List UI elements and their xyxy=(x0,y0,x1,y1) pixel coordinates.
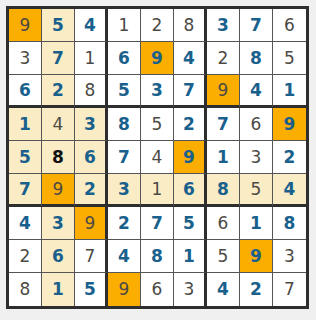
cell-r4c7[interactable]: 7 xyxy=(207,108,240,141)
cell-r4c9[interactable]: 9 xyxy=(273,108,306,141)
cell-r7c6[interactable]: 5 xyxy=(174,207,207,240)
cell-r4c5[interactable]: 5 xyxy=(141,108,174,141)
cell-r5c2[interactable]: 8 xyxy=(42,141,75,174)
cell-r7c1[interactable]: 4 xyxy=(9,207,42,240)
cell-r6c4[interactable]: 3 xyxy=(108,174,141,207)
cell-r9c7[interactable]: 4 xyxy=(207,273,240,306)
cell-r7c4[interactable]: 2 xyxy=(108,207,141,240)
page: 9541283763716942856285379411438527695867… xyxy=(0,0,316,320)
cell-r1c2[interactable]: 5 xyxy=(42,9,75,42)
cell-r4c2[interactable]: 4 xyxy=(42,108,75,141)
cell-r1c6[interactable]: 8 xyxy=(174,9,207,42)
cell-r8c3[interactable]: 7 xyxy=(75,240,108,273)
cell-r7c3[interactable]: 9 xyxy=(75,207,108,240)
cell-r9c2[interactable]: 1 xyxy=(42,273,75,306)
cell-r3c8[interactable]: 4 xyxy=(240,75,273,108)
cell-r5c1[interactable]: 5 xyxy=(9,141,42,174)
cell-r8c6[interactable]: 1 xyxy=(174,240,207,273)
cell-r6c1[interactable]: 7 xyxy=(9,174,42,207)
cell-r3c6[interactable]: 7 xyxy=(174,75,207,108)
cell-r2c6[interactable]: 4 xyxy=(174,42,207,75)
cell-r4c1[interactable]: 1 xyxy=(9,108,42,141)
cell-r6c9[interactable]: 4 xyxy=(273,174,306,207)
cell-r2c9[interactable]: 5 xyxy=(273,42,306,75)
cell-r3c5[interactable]: 3 xyxy=(141,75,174,108)
cell-r1c9[interactable]: 6 xyxy=(273,9,306,42)
cell-r2c8[interactable]: 8 xyxy=(240,42,273,75)
cell-r1c7[interactable]: 3 xyxy=(207,9,240,42)
cell-r6c3[interactable]: 2 xyxy=(75,174,108,207)
cell-r8c1[interactable]: 2 xyxy=(9,240,42,273)
cell-r8c7[interactable]: 5 xyxy=(207,240,240,273)
cell-r2c1[interactable]: 3 xyxy=(9,42,42,75)
cell-r8c8[interactable]: 9 xyxy=(240,240,273,273)
cell-r1c1[interactable]: 9 xyxy=(9,9,42,42)
cell-r7c7[interactable]: 6 xyxy=(207,207,240,240)
cell-r9c6[interactable]: 3 xyxy=(174,273,207,306)
cell-r8c2[interactable]: 6 xyxy=(42,240,75,273)
cell-r8c4[interactable]: 4 xyxy=(108,240,141,273)
cell-r2c5[interactable]: 9 xyxy=(141,42,174,75)
cell-r7c5[interactable]: 7 xyxy=(141,207,174,240)
cell-r4c6[interactable]: 2 xyxy=(174,108,207,141)
cell-r8c9[interactable]: 3 xyxy=(273,240,306,273)
cell-r1c5[interactable]: 2 xyxy=(141,9,174,42)
sudoku-board: 9541283763716942856285379411438527695867… xyxy=(6,6,309,309)
cell-r5c4[interactable]: 7 xyxy=(108,141,141,174)
cell-r2c7[interactable]: 2 xyxy=(207,42,240,75)
cell-r5c9[interactable]: 2 xyxy=(273,141,306,174)
cell-r9c1[interactable]: 8 xyxy=(9,273,42,306)
cell-r7c9[interactable]: 8 xyxy=(273,207,306,240)
cell-r5c7[interactable]: 1 xyxy=(207,141,240,174)
cell-r8c5[interactable]: 8 xyxy=(141,240,174,273)
cell-r5c8[interactable]: 3 xyxy=(240,141,273,174)
cell-r6c8[interactable]: 5 xyxy=(240,174,273,207)
cell-r9c9[interactable]: 7 xyxy=(273,273,306,306)
cell-r3c9[interactable]: 1 xyxy=(273,75,306,108)
cell-r5c6[interactable]: 9 xyxy=(174,141,207,174)
cell-r3c3[interactable]: 8 xyxy=(75,75,108,108)
cell-r4c3[interactable]: 3 xyxy=(75,108,108,141)
cell-r2c2[interactable]: 7 xyxy=(42,42,75,75)
cell-r3c4[interactable]: 5 xyxy=(108,75,141,108)
cell-r7c2[interactable]: 3 xyxy=(42,207,75,240)
cell-r6c6[interactable]: 6 xyxy=(174,174,207,207)
cell-r6c7[interactable]: 8 xyxy=(207,174,240,207)
cell-r9c5[interactable]: 6 xyxy=(141,273,174,306)
cell-r3c1[interactable]: 6 xyxy=(9,75,42,108)
cell-r6c5[interactable]: 1 xyxy=(141,174,174,207)
cell-r5c5[interactable]: 4 xyxy=(141,141,174,174)
cell-r5c3[interactable]: 6 xyxy=(75,141,108,174)
cell-r4c4[interactable]: 8 xyxy=(108,108,141,141)
cell-r1c8[interactable]: 7 xyxy=(240,9,273,42)
cell-r2c4[interactable]: 6 xyxy=(108,42,141,75)
cell-r1c3[interactable]: 4 xyxy=(75,9,108,42)
cell-r4c8[interactable]: 6 xyxy=(240,108,273,141)
cell-r7c8[interactable]: 1 xyxy=(240,207,273,240)
cell-r1c4[interactable]: 1 xyxy=(108,9,141,42)
cell-r9c4[interactable]: 9 xyxy=(108,273,141,306)
cell-r9c3[interactable]: 5 xyxy=(75,273,108,306)
cell-r3c2[interactable]: 2 xyxy=(42,75,75,108)
cell-r9c8[interactable]: 2 xyxy=(240,273,273,306)
cell-r2c3[interactable]: 1 xyxy=(75,42,108,75)
cell-r6c2[interactable]: 9 xyxy=(42,174,75,207)
cell-r3c7[interactable]: 9 xyxy=(207,75,240,108)
